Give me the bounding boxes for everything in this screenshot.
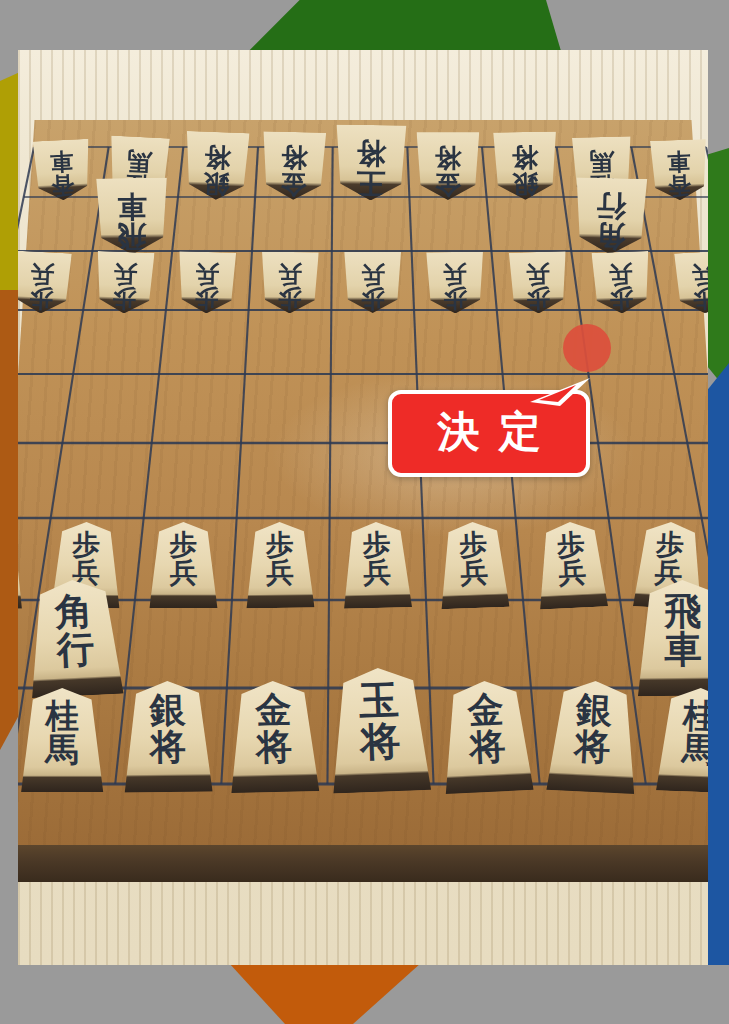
square-7i[interactable]: 銀将 — [115, 688, 221, 784]
square-6b[interactable] — [252, 197, 332, 251]
screenshot-frame: 香車桂馬銀将金将王将金将銀将桂馬香車飛車角行歩兵歩兵歩兵歩兵歩兵歩兵歩兵歩兵歩兵… — [0, 0, 729, 1024]
square-1d[interactable] — [674, 310, 708, 374]
square-3a[interactable]: 銀将 — [487, 147, 564, 197]
board-rank-e — [18, 374, 708, 443]
square-8c[interactable]: 歩兵 — [83, 251, 166, 310]
square-5f[interactable] — [330, 443, 423, 518]
square-4h[interactable] — [430, 600, 531, 688]
square-4f[interactable] — [423, 443, 516, 518]
shogi-piece-N: 桂馬 — [655, 687, 708, 794]
shogi-piece-p: 歩兵 — [18, 250, 73, 314]
square-8f[interactable] — [51, 443, 144, 518]
square-7e[interactable] — [152, 374, 241, 443]
square-2i[interactable]: 桂馬 — [646, 688, 708, 784]
square-9e[interactable] — [18, 374, 62, 443]
square-4e[interactable] — [420, 374, 509, 443]
square-6f[interactable] — [237, 443, 330, 518]
shogi-piece-P: 歩兵 — [245, 522, 315, 609]
shogi-piece-S: 銀将 — [123, 680, 214, 792]
shogi-piece-p: 歩兵 — [590, 250, 651, 314]
shogi-piece-p: 歩兵 — [177, 251, 238, 314]
square-9d[interactable] — [18, 310, 73, 374]
board-rank-c: 歩兵歩兵歩兵歩兵歩兵歩兵歩兵歩兵歩兵 — [18, 251, 708, 310]
square-8i[interactable]: 桂馬 — [18, 688, 115, 784]
square-6g[interactable]: 歩兵 — [232, 518, 329, 600]
square-9a[interactable]: 香車 — [24, 147, 101, 197]
square-4b[interactable] — [412, 197, 492, 251]
square-2c[interactable]: 歩兵 — [579, 251, 662, 310]
shogi-piece-p: 歩兵 — [260, 251, 320, 313]
shogi-piece-s: 銀将 — [183, 131, 251, 201]
square-5d[interactable] — [331, 310, 417, 374]
square-2e[interactable] — [598, 374, 687, 443]
square-7b[interactable] — [172, 197, 252, 251]
square-3e[interactable] — [509, 374, 598, 443]
square-3g[interactable]: 歩兵 — [523, 518, 620, 600]
shogi-piece-p: 歩兵 — [94, 250, 155, 314]
shogi-piece-b: 角行 — [573, 177, 648, 255]
square-6e[interactable] — [241, 374, 330, 443]
square-6c[interactable]: 歩兵 — [249, 251, 332, 310]
square-5b[interactable] — [332, 197, 412, 251]
board-rank-b: 飛車角行 — [18, 197, 708, 251]
bg-shape-orange-triangle — [225, 963, 425, 1024]
square-2d[interactable] — [588, 310, 674, 374]
shogi-piece-g: 金将 — [260, 131, 327, 200]
board-rank-i: 香車桂馬銀将金将玉将金将銀将桂馬香車 — [18, 688, 708, 784]
square-8h[interactable]: 角行 — [24, 600, 125, 688]
square-8d[interactable] — [73, 310, 159, 374]
square-1e[interactable] — [687, 374, 708, 443]
square-4g[interactable]: 歩兵 — [426, 518, 523, 600]
shogi-piece-P: 歩兵 — [535, 520, 608, 609]
bg-shape-yellow-left — [0, 72, 20, 296]
shogi-piece-P: 歩兵 — [438, 521, 510, 609]
shogi-piece-P: 歩兵 — [149, 522, 218, 608]
square-5c[interactable]: 歩兵 — [331, 251, 414, 310]
square-1f[interactable] — [702, 443, 708, 518]
square-6d[interactable] — [245, 310, 331, 374]
shogi-piece-P: 歩兵 — [342, 521, 413, 609]
shogi-piece-S: 銀将 — [545, 679, 640, 795]
square-3h[interactable] — [531, 600, 632, 688]
square-1a[interactable]: 香車 — [641, 147, 708, 197]
shogi-piece-s: 銀将 — [492, 132, 558, 201]
square-9g[interactable]: 歩兵 — [18, 518, 38, 600]
square-1b[interactable] — [651, 197, 708, 251]
square-1c[interactable]: 歩兵 — [662, 251, 708, 310]
square-5a[interactable]: 王将 — [332, 147, 409, 197]
shogi-piece-G: 金将 — [439, 679, 534, 795]
square-7c[interactable]: 歩兵 — [166, 251, 249, 310]
square-3f[interactable] — [516, 443, 609, 518]
square-8b[interactable]: 飛車 — [92, 197, 172, 251]
square-9f[interactable] — [18, 443, 51, 518]
board-rank-f — [18, 443, 708, 518]
bg-shape-green-right — [705, 148, 729, 393]
shogi-piece-p: 歩兵 — [343, 252, 402, 313]
square-3i[interactable]: 銀将 — [540, 688, 646, 784]
square-5e[interactable] — [330, 374, 419, 443]
shogi-piece-p: 歩兵 — [673, 250, 708, 314]
bg-shape-orange-left — [0, 290, 20, 750]
square-7a[interactable]: 銀将 — [178, 147, 255, 197]
square-4c[interactable]: 歩兵 — [414, 251, 497, 310]
square-8e[interactable] — [62, 374, 151, 443]
board-rank-g: 歩兵歩兵歩兵歩兵歩兵歩兵歩兵歩兵歩兵 — [18, 518, 708, 600]
shogi-piece-r: 飛車 — [95, 177, 169, 254]
square-6a[interactable]: 金将 — [255, 147, 332, 197]
shogi-piece-p: 歩兵 — [425, 251, 485, 313]
square-7f[interactable] — [144, 443, 237, 518]
square-2f[interactable] — [609, 443, 702, 518]
square-7d[interactable] — [159, 310, 245, 374]
square-7h[interactable] — [125, 600, 226, 688]
square-3c[interactable]: 歩兵 — [497, 251, 580, 310]
square-3b[interactable] — [491, 197, 571, 251]
shogi-piece-G: 金将 — [228, 680, 320, 793]
board-photo: 香車桂馬銀将金将王将金将銀将桂馬香車飛車角行歩兵歩兵歩兵歩兵歩兵歩兵歩兵歩兵歩兵… — [18, 50, 708, 965]
square-2h[interactable]: 飛車 — [632, 600, 708, 688]
square-5i[interactable]: 玉将 — [327, 688, 433, 784]
square-4i[interactable]: 金将 — [434, 688, 540, 784]
square-6i[interactable]: 金将 — [221, 688, 327, 784]
square-5g[interactable]: 歩兵 — [329, 518, 426, 600]
shogi-piece-P: 歩兵 — [18, 521, 25, 609]
board-rank-d — [18, 310, 708, 374]
square-6h[interactable] — [227, 600, 328, 688]
shogi-piece-k: 王将 — [334, 124, 407, 200]
square-3d[interactable] — [503, 310, 589, 374]
square-4d[interactable] — [417, 310, 503, 374]
square-4a[interactable]: 金将 — [409, 147, 486, 197]
square-2b[interactable]: 角行 — [571, 197, 651, 251]
shogi-piece-l: 香車 — [32, 138, 93, 201]
shogi-piece-g: 金将 — [415, 132, 480, 200]
square-7g[interactable]: 歩兵 — [135, 518, 232, 600]
shogi-piece-l: 香車 — [649, 139, 708, 201]
shogi-piece-p: 歩兵 — [508, 251, 569, 314]
square-9c[interactable]: 歩兵 — [18, 251, 83, 310]
bg-shape-blue-right — [705, 363, 729, 965]
shogi-piece-N: 桂馬 — [20, 688, 104, 792]
square-9b[interactable] — [18, 197, 92, 251]
board-front-edge — [18, 845, 708, 882]
